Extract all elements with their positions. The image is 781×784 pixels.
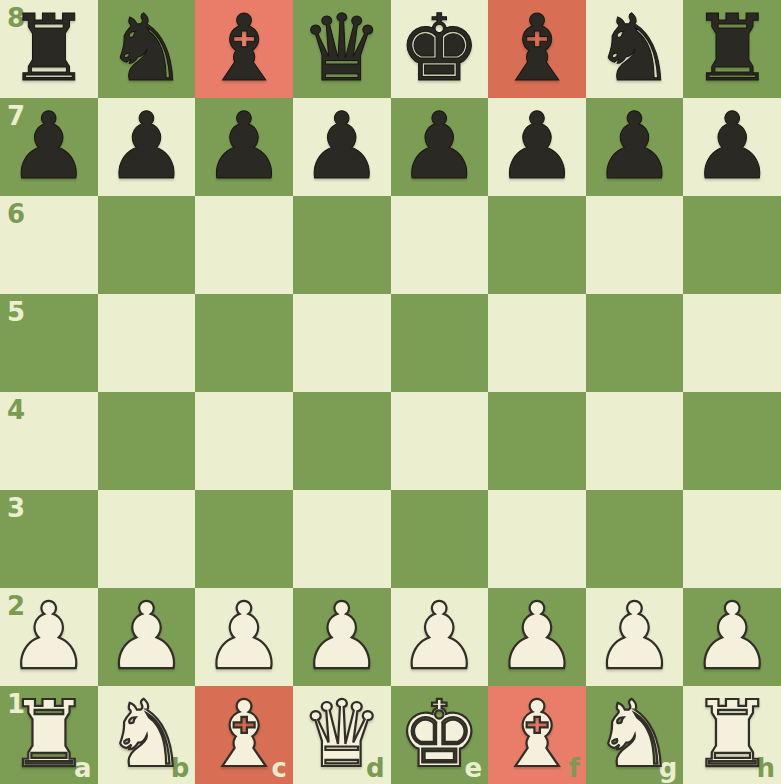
square-c3[interactable] [195, 490, 293, 588]
square-f6[interactable] [488, 196, 586, 294]
white-pawn-piece[interactable]: ♟ [300, 591, 382, 683]
square-a7[interactable]: 7♟ [0, 98, 98, 196]
black-pawn-piece[interactable]: ♟ [593, 101, 675, 193]
square-a2[interactable]: 2♟ [0, 588, 98, 686]
square-e4[interactable] [391, 392, 489, 490]
square-d5[interactable] [293, 294, 391, 392]
black-pawn-piece[interactable]: ♟ [8, 101, 90, 193]
square-g7[interactable]: ♟ [586, 98, 684, 196]
square-b4[interactable] [98, 392, 196, 490]
square-d6[interactable] [293, 196, 391, 294]
square-b6[interactable] [98, 196, 196, 294]
square-e3[interactable] [391, 490, 489, 588]
black-bishop-piece[interactable]: ♝ [203, 3, 285, 95]
square-g8[interactable]: ♞ [586, 0, 684, 98]
rank-label-5: 5 [7, 299, 25, 325]
square-c6[interactable] [195, 196, 293, 294]
white-pawn-piece[interactable]: ♟ [691, 591, 773, 683]
square-f7[interactable]: ♟ [488, 98, 586, 196]
square-h3[interactable] [683, 490, 781, 588]
square-f5[interactable] [488, 294, 586, 392]
square-c8[interactable]: ♝ [195, 0, 293, 98]
rank-label-6: 6 [7, 201, 25, 227]
square-f3[interactable] [488, 490, 586, 588]
square-f8[interactable]: ♝ [488, 0, 586, 98]
square-e8[interactable]: ♚ [391, 0, 489, 98]
square-f4[interactable] [488, 392, 586, 490]
black-king-piece[interactable]: ♚ [398, 3, 480, 95]
square-c1[interactable]: c♝ [195, 686, 293, 784]
square-h6[interactable] [683, 196, 781, 294]
square-b1[interactable]: b♞ [98, 686, 196, 784]
square-d4[interactable] [293, 392, 391, 490]
square-g1[interactable]: g♞ [586, 686, 684, 784]
white-pawn-piece[interactable]: ♟ [593, 591, 675, 683]
black-pawn-piece[interactable]: ♟ [203, 101, 285, 193]
black-pawn-piece[interactable]: ♟ [105, 101, 187, 193]
white-queen-piece[interactable]: ♛ [300, 689, 382, 781]
white-king-piece[interactable]: ♚ [398, 689, 480, 781]
square-b8[interactable]: ♞ [98, 0, 196, 98]
square-e6[interactable] [391, 196, 489, 294]
square-g6[interactable] [586, 196, 684, 294]
black-rook-piece[interactable]: ♜ [691, 3, 773, 95]
white-pawn-piece[interactable]: ♟ [203, 591, 285, 683]
square-d2[interactable]: ♟ [293, 588, 391, 686]
white-bishop-piece[interactable]: ♝ [203, 689, 285, 781]
square-c7[interactable]: ♟ [195, 98, 293, 196]
square-h7[interactable]: ♟ [683, 98, 781, 196]
square-a1[interactable]: 1a♜ [0, 686, 98, 784]
square-h8[interactable]: ♜ [683, 0, 781, 98]
square-g3[interactable] [586, 490, 684, 588]
white-knight-piece[interactable]: ♞ [593, 689, 675, 781]
black-knight-piece[interactable]: ♞ [105, 3, 187, 95]
square-a5[interactable]: 5 [0, 294, 98, 392]
white-knight-piece[interactable]: ♞ [105, 689, 187, 781]
square-e1[interactable]: e♚ [391, 686, 489, 784]
black-bishop-piece[interactable]: ♝ [496, 3, 578, 95]
square-b7[interactable]: ♟ [98, 98, 196, 196]
square-b5[interactable] [98, 294, 196, 392]
square-c5[interactable] [195, 294, 293, 392]
black-pawn-piece[interactable]: ♟ [300, 101, 382, 193]
rank-label-3: 3 [7, 495, 25, 521]
square-a3[interactable]: 3 [0, 490, 98, 588]
square-f1[interactable]: f♝ [488, 686, 586, 784]
black-pawn-piece[interactable]: ♟ [496, 101, 578, 193]
square-e2[interactable]: ♟ [391, 588, 489, 686]
square-g5[interactable] [586, 294, 684, 392]
square-h4[interactable] [683, 392, 781, 490]
square-f2[interactable]: ♟ [488, 588, 586, 686]
black-rook-piece[interactable]: ♜ [8, 3, 90, 95]
square-h1[interactable]: h♜ [683, 686, 781, 784]
square-d8[interactable]: ♛ [293, 0, 391, 98]
square-a8[interactable]: 8♜ [0, 0, 98, 98]
white-rook-piece[interactable]: ♜ [691, 689, 773, 781]
square-c4[interactable] [195, 392, 293, 490]
square-h2[interactable]: ♟ [683, 588, 781, 686]
chess-board: 8♜♞♝♛♚♝♞♜7♟♟♟♟♟♟♟♟65432♟♟♟♟♟♟♟♟1a♜b♞c♝d♛… [0, 0, 781, 784]
square-e5[interactable] [391, 294, 489, 392]
white-rook-piece[interactable]: ♜ [8, 689, 90, 781]
square-a4[interactable]: 4 [0, 392, 98, 490]
square-d7[interactable]: ♟ [293, 98, 391, 196]
square-c2[interactable]: ♟ [195, 588, 293, 686]
black-knight-piece[interactable]: ♞ [593, 3, 675, 95]
square-d3[interactable] [293, 490, 391, 588]
black-pawn-piece[interactable]: ♟ [398, 101, 480, 193]
rank-label-4: 4 [7, 397, 25, 423]
square-h5[interactable] [683, 294, 781, 392]
square-b3[interactable] [98, 490, 196, 588]
white-pawn-piece[interactable]: ♟ [8, 591, 90, 683]
black-queen-piece[interactable]: ♛ [300, 3, 382, 95]
square-a6[interactable]: 6 [0, 196, 98, 294]
white-pawn-piece[interactable]: ♟ [496, 591, 578, 683]
square-g4[interactable] [586, 392, 684, 490]
white-bishop-piece[interactable]: ♝ [496, 689, 578, 781]
square-g2[interactable]: ♟ [586, 588, 684, 686]
white-pawn-piece[interactable]: ♟ [105, 591, 187, 683]
black-pawn-piece[interactable]: ♟ [691, 101, 773, 193]
white-pawn-piece[interactable]: ♟ [398, 591, 480, 683]
square-e7[interactable]: ♟ [391, 98, 489, 196]
square-d1[interactable]: d♛ [293, 686, 391, 784]
square-b2[interactable]: ♟ [98, 588, 196, 686]
